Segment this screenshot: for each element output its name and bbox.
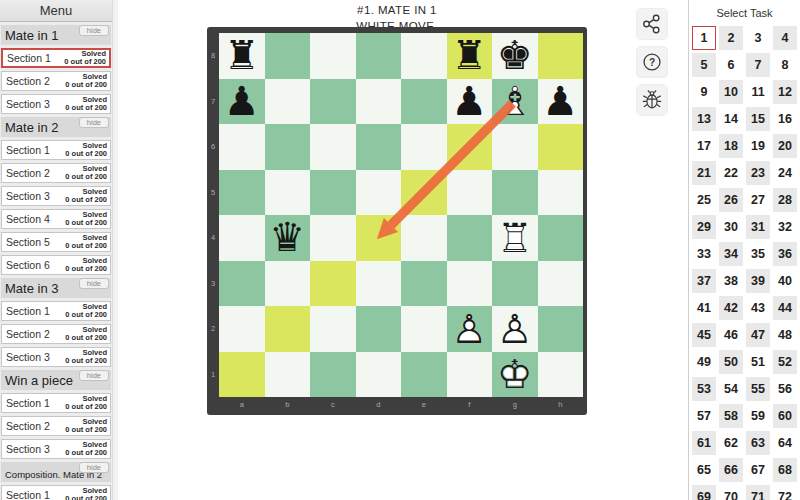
task-cell-65[interactable]: 65 <box>692 458 716 482</box>
task-cell-51[interactable]: 51 <box>746 350 770 374</box>
task-cell-4[interactable]: 4 <box>773 26 797 50</box>
square-d2[interactable] <box>356 306 402 352</box>
share-icon <box>641 13 663 35</box>
square-h2[interactable] <box>538 306 584 352</box>
bug-report-button[interactable] <box>636 84 668 116</box>
sidebar-scrollbar[interactable] <box>112 0 118 500</box>
sidebar-section-item[interactable]: Section 4Solved0 out of 200 <box>1 209 111 229</box>
task-cell-48[interactable]: 48 <box>773 323 797 347</box>
square-b5[interactable] <box>265 170 311 216</box>
chess-board: 87654321 ♜♜♚♟♟♝♗♟♛♜♖♟♙♟♙♚♔ abcdefgh <box>207 27 587 415</box>
section-label: Section 5 <box>6 236 50 248</box>
task-cell-31[interactable]: 31 <box>746 215 770 239</box>
group-header: Mate in 3hide <box>1 278 111 298</box>
square-f2[interactable]: ♟♙ <box>447 306 493 352</box>
task-cell-16[interactable]: 16 <box>773 107 797 131</box>
square-b7[interactable] <box>265 79 311 125</box>
section-progress: Solved0 out of 200 <box>65 418 107 434</box>
task-cell-30[interactable]: 30 <box>719 215 743 239</box>
section-label: Section 1 <box>6 489 50 500</box>
square-c3[interactable] <box>310 261 356 307</box>
rank-label-4: 4 <box>207 215 219 261</box>
task-cell-57[interactable]: 57 <box>692 404 716 428</box>
task-cell-11[interactable]: 11 <box>746 80 770 104</box>
board-squares: ♜♜♚♟♟♝♗♟♛♜♖♟♙♟♙♚♔ <box>219 33 583 397</box>
sidebar-section-item[interactable]: Section 2Solved0 out of 200 <box>1 163 111 183</box>
file-label-b: b <box>265 400 311 412</box>
group-header: Mate in 1hide <box>1 25 111 45</box>
task-cell-53[interactable]: 53 <box>692 377 716 401</box>
task-cell-23[interactable]: 23 <box>746 161 770 185</box>
section-label: Section 3 <box>6 443 50 455</box>
piece-white-rook-g4[interactable]: ♜♖ <box>492 215 538 261</box>
task-panel-title: Select Task <box>689 0 800 26</box>
square-g7[interactable]: ♝♗ <box>492 79 538 125</box>
task-cell-12[interactable]: 12 <box>773 80 797 104</box>
section-label: Section 3 <box>6 190 50 202</box>
task-cell-70[interactable]: 70 <box>719 485 743 500</box>
square-d6[interactable] <box>356 124 402 170</box>
section-label: Section 4 <box>6 213 50 225</box>
square-g6[interactable] <box>492 124 538 170</box>
file-label-c: c <box>310 400 356 412</box>
square-f7[interactable]: ♟ <box>447 79 493 125</box>
task-cell-3[interactable]: 3 <box>746 26 770 50</box>
rank-label-7: 7 <box>207 79 219 125</box>
section-progress: Solved0 out of 200 <box>65 303 107 319</box>
section-progress: Solved0 out of 200 <box>65 96 107 112</box>
group-label: Mate in 1 <box>5 28 58 43</box>
share-button[interactable] <box>636 8 668 40</box>
section-label: Section 2 <box>6 167 50 179</box>
section-progress: Solved0 out of 200 <box>65 349 107 365</box>
square-d7[interactable] <box>356 79 402 125</box>
help-icon: ? <box>641 51 663 73</box>
group-header: Mate in 2hide <box>1 117 111 137</box>
task-cell-38[interactable]: 38 <box>719 269 743 293</box>
rank-label-3: 3 <box>207 261 219 307</box>
section-progress: Solved0 out of 200 <box>65 73 107 89</box>
task-cell-33[interactable]: 33 <box>692 242 716 266</box>
sidebar-section-item[interactable]: Section 6Solved0 out of 200 <box>1 255 111 275</box>
square-a2[interactable] <box>219 306 265 352</box>
task-cell-46[interactable]: 46 <box>719 323 743 347</box>
task-cell-18[interactable]: 18 <box>719 134 743 158</box>
piece-black-king-g8[interactable]: ♚ <box>497 33 533 79</box>
task-cell-39[interactable]: 39 <box>746 269 770 293</box>
sidebar-section-item[interactable]: Section 1Solved0 out of 200 <box>1 485 111 500</box>
task-cell-8[interactable]: 8 <box>773 53 797 77</box>
task-cell-54[interactable]: 54 <box>719 377 743 401</box>
square-e1[interactable] <box>401 352 447 398</box>
task-cell-67[interactable]: 67 <box>746 458 770 482</box>
section-label: Section 2 <box>6 75 50 87</box>
help-button[interactable]: ? <box>636 46 668 78</box>
task-cell-21[interactable]: 21 <box>692 161 716 185</box>
section-label: Section 1 <box>6 397 50 409</box>
section-progress: Solved0 out of 200 <box>65 234 107 250</box>
square-e7[interactable] <box>401 79 447 125</box>
task-cell-15[interactable]: 15 <box>746 107 770 131</box>
section-progress: Solved0 out of 200 <box>65 257 107 273</box>
section-label: Section 3 <box>6 98 50 110</box>
square-e2[interactable] <box>401 306 447 352</box>
hide-button[interactable]: hide <box>79 25 109 36</box>
square-b1[interactable] <box>265 352 311 398</box>
rank-label-8: 8 <box>207 33 219 79</box>
task-panel: Select Task 1234567891011121314151617181… <box>688 0 800 500</box>
group-label: Mate in 2 <box>5 120 58 135</box>
square-h8[interactable] <box>538 33 584 79</box>
task-cell-19[interactable]: 19 <box>746 134 770 158</box>
square-a8[interactable]: ♜ <box>219 33 265 79</box>
task-cell-29[interactable]: 29 <box>692 215 716 239</box>
square-a3[interactable] <box>219 261 265 307</box>
section-label: Section 1 <box>6 305 50 317</box>
task-cell-10[interactable]: 10 <box>719 80 743 104</box>
square-f5[interactable] <box>447 170 493 216</box>
square-h7[interactable]: ♟ <box>538 79 584 125</box>
task-cell-47[interactable]: 47 <box>746 323 770 347</box>
square-c7[interactable] <box>310 79 356 125</box>
square-c2[interactable] <box>310 306 356 352</box>
square-a1[interactable] <box>219 352 265 398</box>
square-g2[interactable]: ♟♙ <box>492 306 538 352</box>
square-b8[interactable] <box>265 33 311 79</box>
square-f3[interactable] <box>447 261 493 307</box>
piece-black-pawn-a7[interactable]: ♟ <box>224 79 260 125</box>
task-cell-72[interactable]: 72 <box>773 485 797 500</box>
task-cell-32[interactable]: 32 <box>773 215 797 239</box>
square-h1[interactable] <box>538 352 584 398</box>
file-labels: abcdefgh <box>219 400 583 412</box>
square-g1[interactable]: ♚♔ <box>492 352 538 398</box>
square-g8[interactable]: ♚ <box>492 33 538 79</box>
square-c1[interactable] <box>310 352 356 398</box>
section-progress: Solved0 out of 200 <box>65 326 107 342</box>
task-cell-35[interactable]: 35 <box>746 242 770 266</box>
hide-button[interactable]: hide <box>79 117 109 128</box>
puzzle-title-line1: #1. MATE IN 1 <box>207 3 587 19</box>
sidebar-groups: Mate in 1hideSection 1Solved0 out of 200… <box>0 22 112 500</box>
square-g3[interactable] <box>492 261 538 307</box>
square-b4[interactable]: ♛ <box>265 215 311 261</box>
sidebar: Menu Mate in 1hideSection 1Solved0 out o… <box>0 0 118 500</box>
square-a7[interactable]: ♟ <box>219 79 265 125</box>
task-cell-71[interactable]: 71 <box>746 485 770 500</box>
hide-button[interactable]: hide <box>79 462 109 473</box>
sidebar-section-item[interactable]: Section 2Solved0 out of 200 <box>1 324 111 344</box>
section-progress: Solved0 out of 200 <box>65 211 107 227</box>
task-cell-20[interactable]: 20 <box>773 134 797 158</box>
sidebar-section-item[interactable]: Section 1Solved0 out of 200 <box>1 140 111 160</box>
task-cell-60[interactable]: 60 <box>773 404 797 428</box>
task-cell-1[interactable]: 1 <box>692 26 716 50</box>
section-label: Section 1 <box>7 52 51 64</box>
square-a6[interactable] <box>219 124 265 170</box>
group-label: Mate in 3 <box>5 281 58 296</box>
piece-black-pawn-h7[interactable]: ♟ <box>542 79 578 125</box>
section-label: Section 6 <box>6 259 50 271</box>
task-cell-36[interactable]: 36 <box>773 242 797 266</box>
square-c6[interactable] <box>310 124 356 170</box>
square-a4[interactable] <box>219 215 265 261</box>
sidebar-section-item[interactable]: Section 2Solved0 out of 200 <box>1 416 111 436</box>
task-cell-69[interactable]: 69 <box>692 485 716 500</box>
bug-icon <box>641 89 663 111</box>
task-cell-59[interactable]: 59 <box>746 404 770 428</box>
square-f6[interactable] <box>447 124 493 170</box>
svg-text:?: ? <box>649 57 655 68</box>
piece-black-rook-f8[interactable]: ♜ <box>451 33 487 79</box>
piece-white-bishop-g7[interactable]: ♝♗ <box>492 79 538 125</box>
task-cell-17[interactable]: 17 <box>692 134 716 158</box>
square-b2[interactable] <box>265 306 311 352</box>
square-d5[interactable] <box>356 170 402 216</box>
task-cell-52[interactable]: 52 <box>773 350 797 374</box>
hide-button[interactable]: hide <box>79 370 109 381</box>
toolbar: ? <box>636 8 668 122</box>
task-cell-34[interactable]: 34 <box>719 242 743 266</box>
sidebar-section-item[interactable]: Section 3Solved0 out of 200 <box>1 439 111 459</box>
file-label-e: e <box>401 400 447 412</box>
piece-black-rook-a8[interactable]: ♜ <box>224 33 260 79</box>
file-label-h: h <box>538 400 584 412</box>
file-label-g: g <box>492 400 538 412</box>
square-c5[interactable] <box>310 170 356 216</box>
menu-header: Menu <box>0 0 112 22</box>
task-cell-63[interactable]: 63 <box>746 431 770 455</box>
piece-black-queen-b4[interactable]: ♛ <box>269 215 305 261</box>
task-cell-50[interactable]: 50 <box>719 350 743 374</box>
sidebar-section-item[interactable]: Section 5Solved0 out of 200 <box>1 232 111 252</box>
square-d8[interactable] <box>356 33 402 79</box>
square-b6[interactable] <box>265 124 311 170</box>
section-progress: Solved0 out of 200 <box>65 142 107 158</box>
task-cell-58[interactable]: 58 <box>719 404 743 428</box>
task-cell-68[interactable]: 68 <box>773 458 797 482</box>
square-e3[interactable] <box>401 261 447 307</box>
rank-label-6: 6 <box>207 124 219 170</box>
piece-white-pawn-f2[interactable]: ♟♙ <box>447 306 493 352</box>
section-label: Section 2 <box>6 328 50 340</box>
square-c8[interactable] <box>310 33 356 79</box>
section-progress: Solved0 out of 200 <box>65 188 107 204</box>
task-cell-43[interactable]: 43 <box>746 296 770 320</box>
square-h6[interactable] <box>538 124 584 170</box>
square-b3[interactable] <box>265 261 311 307</box>
task-cell-40[interactable]: 40 <box>773 269 797 293</box>
sidebar-section-item[interactable]: Section 2Solved0 out of 200 <box>1 71 111 91</box>
task-cell-61[interactable]: 61 <box>692 431 716 455</box>
file-label-a: a <box>219 400 265 412</box>
task-cell-28[interactable]: 28 <box>773 188 797 212</box>
task-cell-13[interactable]: 13 <box>692 107 716 131</box>
section-progress: Solved0 out of 200 <box>65 487 107 500</box>
task-cell-42[interactable]: 42 <box>719 296 743 320</box>
group-label: Win a piece <box>5 373 73 388</box>
section-progress: Solved0 out of 200 <box>65 441 107 457</box>
square-e8[interactable] <box>401 33 447 79</box>
task-cell-2[interactable]: 2 <box>719 26 743 50</box>
square-a5[interactable] <box>219 170 265 216</box>
square-g5[interactable] <box>492 170 538 216</box>
rank-label-2: 2 <box>207 306 219 352</box>
sidebar-section-item[interactable]: Section 3Solved0 out of 200 <box>1 186 111 206</box>
section-progress: Solved0 out of 200 <box>64 50 106 66</box>
task-cell-45[interactable]: 45 <box>692 323 716 347</box>
task-cell-22[interactable]: 22 <box>719 161 743 185</box>
square-d1[interactable] <box>356 352 402 398</box>
group-header: Win a piecehide <box>1 370 111 390</box>
task-cell-26[interactable]: 26 <box>719 188 743 212</box>
section-progress: Solved0 out of 200 <box>65 165 107 181</box>
piece-white-king-g1[interactable]: ♚♔ <box>492 352 538 398</box>
task-cell-49[interactable]: 49 <box>692 350 716 374</box>
task-cell-41[interactable]: 41 <box>692 296 716 320</box>
square-d4[interactable] <box>356 215 402 261</box>
square-f1[interactable] <box>447 352 493 398</box>
task-cell-5[interactable]: 5 <box>692 53 716 77</box>
square-g4[interactable]: ♜♖ <box>492 215 538 261</box>
square-d3[interactable] <box>356 261 402 307</box>
file-label-d: d <box>356 400 402 412</box>
square-c4[interactable] <box>310 215 356 261</box>
square-e4[interactable] <box>401 215 447 261</box>
sidebar-section-item[interactable]: Section 1Solved0 out of 200 <box>1 48 111 68</box>
square-e5[interactable] <box>401 170 447 216</box>
sidebar-section-item[interactable]: Section 3Solved0 out of 200 <box>1 94 111 114</box>
piece-black-pawn-f7[interactable]: ♟ <box>451 79 487 125</box>
task-cell-24[interactable]: 24 <box>773 161 797 185</box>
square-f8[interactable]: ♜ <box>447 33 493 79</box>
task-cell-7[interactable]: 7 <box>746 53 770 77</box>
sidebar-section-item[interactable]: Section 1Solved0 out of 200 <box>1 301 111 321</box>
task-cell-64[interactable]: 64 <box>773 431 797 455</box>
rank-label-1: 1 <box>207 352 219 398</box>
section-label: Section 3 <box>6 351 50 363</box>
square-f4[interactable] <box>447 215 493 261</box>
task-cell-44[interactable]: 44 <box>773 296 797 320</box>
rank-labels: 87654321 <box>207 33 219 397</box>
group-header: Composition. Mate in 2hide <box>1 462 111 482</box>
section-progress: Solved0 out of 200 <box>65 395 107 411</box>
hide-button[interactable]: hide <box>79 278 109 289</box>
task-cell-37[interactable]: 37 <box>692 269 716 293</box>
task-grid: 1234567891011121314151617181920212223242… <box>689 26 800 500</box>
square-e6[interactable] <box>401 124 447 170</box>
task-cell-66[interactable]: 66 <box>719 458 743 482</box>
sidebar-section-item[interactable]: Section 3Solved0 out of 200 <box>1 347 111 367</box>
task-cell-9[interactable]: 9 <box>692 80 716 104</box>
piece-white-pawn-g2[interactable]: ♟♙ <box>492 306 538 352</box>
task-cell-25[interactable]: 25 <box>692 188 716 212</box>
task-cell-56[interactable]: 56 <box>773 377 797 401</box>
square-h5[interactable] <box>538 170 584 216</box>
task-cell-14[interactable]: 14 <box>719 107 743 131</box>
task-cell-6[interactable]: 6 <box>719 53 743 77</box>
square-h3[interactable] <box>538 261 584 307</box>
task-cell-27[interactable]: 27 <box>746 188 770 212</box>
rank-label-5: 5 <box>207 170 219 216</box>
section-label: Section 1 <box>6 144 50 156</box>
section-label: Section 2 <box>6 420 50 432</box>
file-label-f: f <box>447 400 493 412</box>
sidebar-section-item[interactable]: Section 1Solved0 out of 200 <box>1 393 111 413</box>
square-h4[interactable] <box>538 215 584 261</box>
task-cell-62[interactable]: 62 <box>719 431 743 455</box>
task-cell-55[interactable]: 55 <box>746 377 770 401</box>
